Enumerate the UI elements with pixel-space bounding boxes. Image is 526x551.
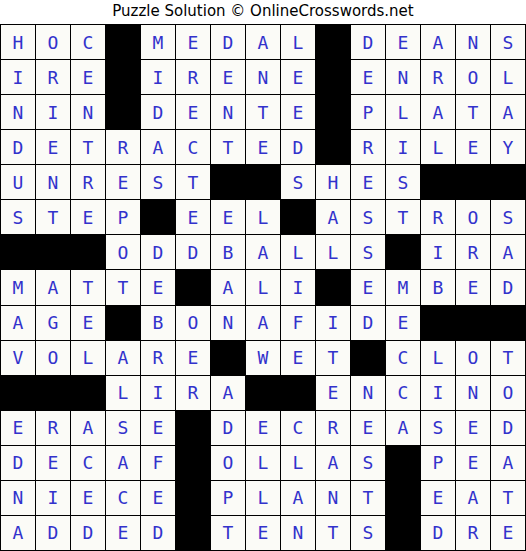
- letter-cell: H: [316, 165, 351, 200]
- letter-cell: R: [106, 130, 141, 165]
- letter-cell: S: [1, 200, 36, 235]
- letter-cell: N: [36, 165, 71, 200]
- letter-cell: O: [491, 376, 526, 411]
- letter-cell: L: [491, 60, 526, 95]
- letter-cell: S: [491, 200, 526, 235]
- letter-cell: N: [351, 376, 386, 411]
- letter-cell: A: [316, 200, 351, 235]
- letter-cell: E: [176, 95, 211, 130]
- letter-cell: T: [316, 516, 351, 551]
- letter-cell: T: [491, 341, 526, 376]
- letter-cell: E: [316, 376, 351, 411]
- letter-cell: I: [386, 130, 421, 165]
- letter-cell: E: [71, 60, 106, 95]
- letter-cell: I: [421, 376, 456, 411]
- letter-cell: O: [36, 25, 71, 60]
- letter-cell: L: [421, 130, 456, 165]
- letter-cell: R: [141, 341, 176, 376]
- letter-cell: T: [316, 341, 351, 376]
- letter-cell: R: [176, 60, 211, 95]
- letter-cell: D: [176, 235, 211, 270]
- letter-cell: N: [211, 95, 246, 130]
- letter-cell: C: [71, 25, 106, 60]
- letter-cell: S: [281, 165, 316, 200]
- letter-cell: I: [281, 270, 316, 305]
- letter-cell: D: [141, 95, 176, 130]
- letter-cell: E: [281, 341, 316, 376]
- letter-cell: I: [36, 481, 71, 516]
- black-cell: [106, 306, 141, 341]
- letter-cell: E: [456, 446, 491, 481]
- letter-cell: T: [491, 481, 526, 516]
- black-cell: [316, 60, 351, 95]
- letter-cell: W: [246, 341, 281, 376]
- letter-cell: R: [176, 376, 211, 411]
- letter-cell: T: [176, 165, 211, 200]
- letter-cell: R: [316, 411, 351, 446]
- letter-cell: O: [456, 200, 491, 235]
- letter-cell: D: [141, 516, 176, 551]
- letter-cell: R: [36, 411, 71, 446]
- letter-cell: E: [281, 95, 316, 130]
- letter-cell: E: [351, 411, 386, 446]
- letter-cell: L: [281, 446, 316, 481]
- letter-cell: N: [386, 60, 421, 95]
- letter-cell: E: [1, 411, 36, 446]
- black-cell: [386, 516, 421, 551]
- letter-cell: A: [491, 95, 526, 130]
- letter-cell: E: [71, 306, 106, 341]
- letter-cell: E: [456, 411, 491, 446]
- letter-cell: D: [1, 130, 36, 165]
- letter-cell: N: [281, 516, 316, 551]
- letter-cell: A: [316, 446, 351, 481]
- letter-cell: E: [246, 516, 281, 551]
- letter-cell: M: [386, 270, 421, 305]
- letter-cell: M: [141, 25, 176, 60]
- letter-cell: E: [141, 411, 176, 446]
- black-cell: [211, 341, 246, 376]
- letter-cell: T: [71, 130, 106, 165]
- letter-cell: O: [36, 341, 71, 376]
- letter-cell: L: [421, 341, 456, 376]
- letter-cell: Y: [491, 130, 526, 165]
- letter-cell: T: [36, 200, 71, 235]
- black-cell: [316, 130, 351, 165]
- letter-cell: E: [176, 25, 211, 60]
- letter-cell: R: [421, 60, 456, 95]
- black-cell: [176, 516, 211, 551]
- letter-cell: B: [421, 270, 456, 305]
- letter-cell: E: [106, 165, 141, 200]
- page-title: Puzzle Solution © OnlineCrosswords.net: [0, 0, 526, 24]
- letter-cell: N: [1, 481, 36, 516]
- letter-cell: I: [316, 306, 351, 341]
- letter-cell: E: [106, 516, 141, 551]
- letter-cell: N: [71, 95, 106, 130]
- letter-cell: L: [281, 235, 316, 270]
- letter-cell: N: [211, 306, 246, 341]
- letter-cell: T: [106, 270, 141, 305]
- letter-cell: D: [491, 270, 526, 305]
- black-cell: [106, 60, 141, 95]
- black-cell: [1, 376, 36, 411]
- letter-cell: E: [141, 270, 176, 305]
- black-cell: [351, 341, 386, 376]
- letter-cell: B: [211, 235, 246, 270]
- black-cell: [176, 270, 211, 305]
- letter-cell: E: [36, 130, 71, 165]
- letter-cell: T: [386, 200, 421, 235]
- black-cell: [316, 270, 351, 305]
- letter-cell: V: [1, 341, 36, 376]
- letter-cell: O: [211, 446, 246, 481]
- letter-cell: A: [211, 376, 246, 411]
- letter-cell: A: [246, 25, 281, 60]
- letter-cell: P: [211, 481, 246, 516]
- letter-cell: E: [211, 200, 246, 235]
- letter-cell: U: [1, 165, 36, 200]
- letter-cell: C: [386, 341, 421, 376]
- letter-cell: O: [456, 60, 491, 95]
- letter-cell: D: [1, 446, 36, 481]
- black-cell: [491, 306, 526, 341]
- letter-cell: E: [71, 481, 106, 516]
- letter-cell: E: [386, 306, 421, 341]
- letter-cell: E: [491, 516, 526, 551]
- letter-cell: E: [71, 200, 106, 235]
- letter-cell: D: [351, 25, 386, 60]
- letter-cell: E: [456, 130, 491, 165]
- letter-cell: D: [36, 516, 71, 551]
- letter-cell: E: [246, 130, 281, 165]
- letter-cell: D: [211, 411, 246, 446]
- letter-cell: A: [456, 481, 491, 516]
- letter-cell: S: [106, 411, 141, 446]
- letter-cell: D: [351, 306, 386, 341]
- letter-cell: E: [456, 270, 491, 305]
- letter-cell: G: [36, 306, 71, 341]
- letter-cell: C: [386, 376, 421, 411]
- letter-cell: I: [1, 60, 36, 95]
- letter-cell: I: [36, 95, 71, 130]
- letter-cell: A: [281, 481, 316, 516]
- letter-cell: A: [491, 235, 526, 270]
- letter-cell: A: [421, 95, 456, 130]
- letter-cell: A: [211, 270, 246, 305]
- letter-cell: B: [141, 306, 176, 341]
- letter-cell: L: [246, 200, 281, 235]
- letter-cell: R: [71, 165, 106, 200]
- black-cell: [141, 200, 176, 235]
- letter-cell: D: [421, 516, 456, 551]
- letter-cell: N: [456, 25, 491, 60]
- black-cell: [36, 376, 71, 411]
- letter-cell: S: [421, 411, 456, 446]
- letter-cell: D: [71, 516, 106, 551]
- letter-cell: L: [106, 376, 141, 411]
- letter-cell: F: [141, 446, 176, 481]
- letter-cell: E: [351, 270, 386, 305]
- black-cell: [106, 95, 141, 130]
- letter-cell: L: [246, 270, 281, 305]
- letter-cell: R: [456, 516, 491, 551]
- letter-cell: A: [246, 235, 281, 270]
- letter-cell: E: [386, 25, 421, 60]
- letter-cell: D: [491, 411, 526, 446]
- letter-cell: R: [36, 60, 71, 95]
- letter-cell: N: [1, 95, 36, 130]
- letter-cell: S: [386, 165, 421, 200]
- letter-cell: E: [141, 481, 176, 516]
- letter-cell: T: [456, 95, 491, 130]
- letter-cell: P: [351, 95, 386, 130]
- letter-cell: C: [281, 411, 316, 446]
- letter-cell: I: [141, 376, 176, 411]
- letter-cell: C: [71, 446, 106, 481]
- letter-cell: F: [281, 306, 316, 341]
- letter-cell: E: [211, 60, 246, 95]
- letter-cell: L: [246, 446, 281, 481]
- letter-cell: N: [456, 376, 491, 411]
- black-cell: [456, 306, 491, 341]
- black-cell: [71, 376, 106, 411]
- letter-cell: L: [71, 341, 106, 376]
- black-cell: [36, 235, 71, 270]
- letter-cell: M: [1, 270, 36, 305]
- letter-cell: T: [351, 481, 386, 516]
- black-cell: [316, 25, 351, 60]
- letter-cell: O: [456, 341, 491, 376]
- letter-cell: E: [246, 411, 281, 446]
- letter-cell: A: [1, 306, 36, 341]
- letter-cell: E: [351, 60, 386, 95]
- letter-cell: N: [246, 60, 281, 95]
- letter-cell: P: [421, 446, 456, 481]
- letter-cell: D: [281, 130, 316, 165]
- letter-cell: R: [351, 130, 386, 165]
- letter-cell: S: [351, 446, 386, 481]
- black-cell: [386, 235, 421, 270]
- black-cell: [106, 25, 141, 60]
- letter-cell: A: [246, 306, 281, 341]
- black-cell: [281, 376, 316, 411]
- letter-cell: P: [106, 200, 141, 235]
- letter-cell: T: [246, 95, 281, 130]
- letter-cell: I: [421, 235, 456, 270]
- letter-cell: S: [351, 516, 386, 551]
- black-cell: [211, 165, 246, 200]
- letter-cell: N: [316, 481, 351, 516]
- letter-cell: D: [141, 235, 176, 270]
- letter-cell: R: [421, 200, 456, 235]
- letter-cell: L: [316, 235, 351, 270]
- letter-cell: E: [176, 200, 211, 235]
- letter-cell: E: [421, 481, 456, 516]
- letter-cell: O: [106, 235, 141, 270]
- black-cell: [246, 376, 281, 411]
- letter-cell: R: [456, 235, 491, 270]
- letter-cell: O: [176, 306, 211, 341]
- letter-cell: C: [106, 481, 141, 516]
- letter-cell: T: [211, 516, 246, 551]
- black-cell: [246, 165, 281, 200]
- black-cell: [421, 165, 456, 200]
- letter-cell: A: [386, 411, 421, 446]
- letter-cell: C: [176, 130, 211, 165]
- letter-cell: E: [281, 60, 316, 95]
- letter-cell: A: [106, 446, 141, 481]
- letter-cell: H: [1, 25, 36, 60]
- letter-cell: S: [351, 200, 386, 235]
- letter-cell: L: [281, 25, 316, 60]
- black-cell: [421, 306, 456, 341]
- black-cell: [176, 446, 211, 481]
- letter-cell: S: [351, 235, 386, 270]
- letter-cell: A: [421, 25, 456, 60]
- letter-cell: A: [106, 341, 141, 376]
- letter-cell: A: [141, 130, 176, 165]
- black-cell: [281, 200, 316, 235]
- letter-cell: T: [71, 270, 106, 305]
- letter-cell: L: [246, 481, 281, 516]
- black-cell: [176, 481, 211, 516]
- letter-cell: A: [36, 270, 71, 305]
- letter-cell: E: [351, 165, 386, 200]
- black-cell: [71, 235, 106, 270]
- letter-cell: D: [211, 25, 246, 60]
- letter-cell: A: [491, 446, 526, 481]
- letter-cell: S: [141, 165, 176, 200]
- black-cell: [1, 235, 36, 270]
- black-cell: [456, 165, 491, 200]
- black-cell: [491, 165, 526, 200]
- black-cell: [316, 95, 351, 130]
- letter-cell: T: [211, 130, 246, 165]
- letter-cell: I: [141, 60, 176, 95]
- letter-cell: A: [71, 411, 106, 446]
- letter-cell: E: [36, 446, 71, 481]
- letter-cell: S: [491, 25, 526, 60]
- black-cell: [386, 481, 421, 516]
- letter-cell: A: [1, 516, 36, 551]
- black-cell: [176, 411, 211, 446]
- letter-cell: E: [176, 341, 211, 376]
- letter-cell: L: [386, 95, 421, 130]
- black-cell: [386, 446, 421, 481]
- crossword-grid: HOCMEDALDEANSIREIRENEENROLNINDENTEPLATAD…: [0, 24, 526, 551]
